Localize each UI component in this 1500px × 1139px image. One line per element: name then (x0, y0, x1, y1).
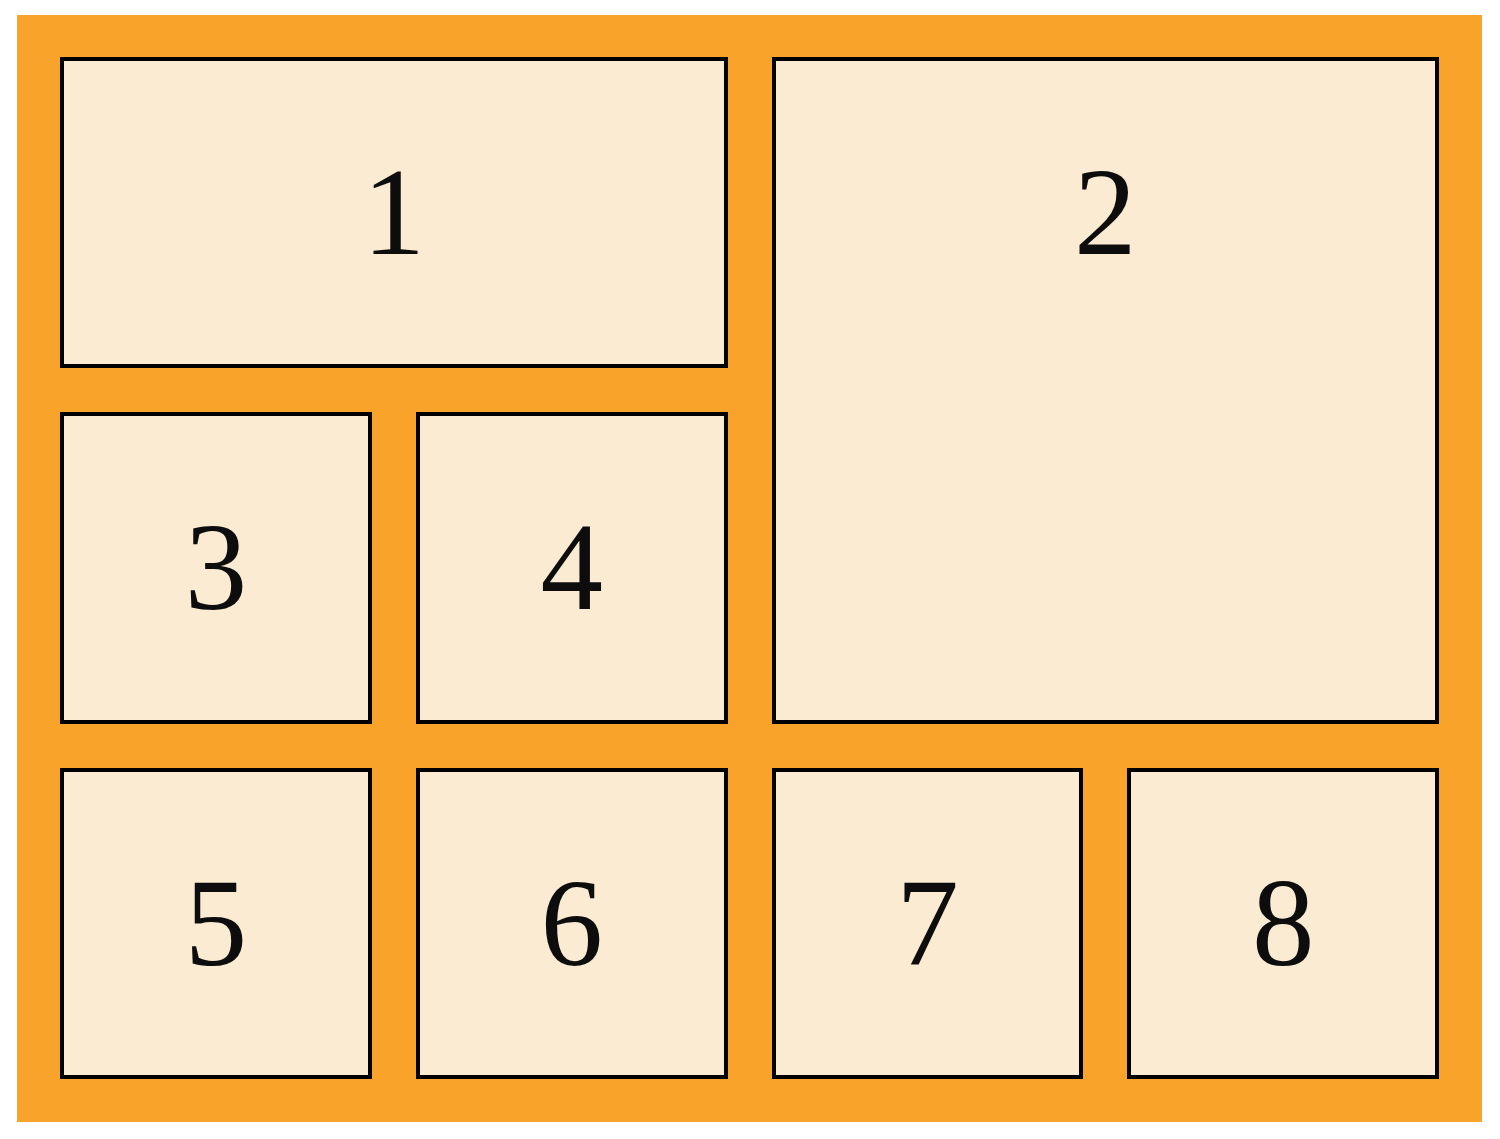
grid-item-4: 4 (416, 412, 728, 723)
page: 1 2 3 4 5 6 7 8 (0, 0, 1500, 1139)
grid-item-7: 7 (772, 768, 1084, 1079)
grid-item-6: 6 (416, 768, 728, 1079)
grid-item-8: 8 (1127, 768, 1439, 1079)
grid-item-3: 3 (60, 412, 372, 723)
grid-board: 1 2 3 4 5 6 7 8 (17, 15, 1482, 1122)
grid-item-2: 2 (772, 57, 1440, 724)
grid-item-5: 5 (60, 768, 372, 1079)
grid-item-1: 1 (60, 57, 728, 368)
